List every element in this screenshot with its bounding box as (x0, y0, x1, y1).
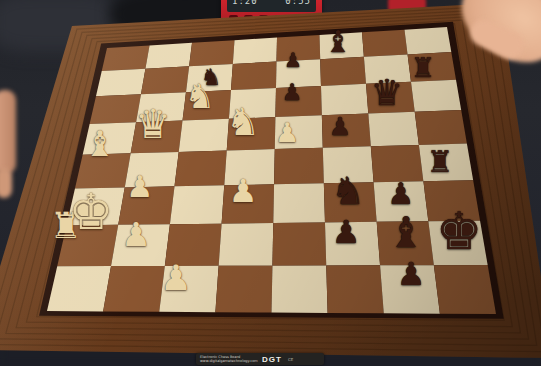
maker-text: Electronic Chess Board www.digitalgamete… (200, 355, 256, 363)
board-maker-label: Electronic Chess Board www.digitalgamete… (196, 353, 324, 365)
chess-board (0, 0, 541, 366)
tournament-photo: 1:20 0:55 ♜♚♝♛♞♞♟♟♟♟♟♝♟♞♜♟♛♟♜♞♟♟♝♟♚ Elec… (0, 0, 541, 366)
cert-mark: CE (288, 357, 293, 362)
dgt-logo: DGT (262, 355, 282, 364)
